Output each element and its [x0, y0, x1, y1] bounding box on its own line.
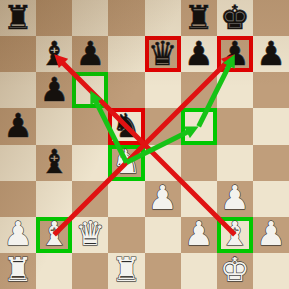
piece-white-pawn[interactable]: ♟	[145, 180, 181, 216]
square-d4[interactable]: ♞	[108, 145, 144, 181]
chess-board: ♜♜♚♝♟♛♟♟♟♟♟♞♝♞♟♟♟♝♛♟♝♟♜♜♚	[0, 0, 289, 289]
square-h2[interactable]: ♟	[253, 217, 289, 253]
piece-black-king[interactable]: ♚	[217, 0, 253, 35]
piece-black-bishop[interactable]: ♝	[36, 144, 72, 180]
square-b8[interactable]	[36, 0, 72, 36]
square-d5[interactable]: ♞	[108, 108, 144, 144]
piece-black-rook[interactable]: ♜	[0, 0, 36, 35]
square-g4[interactable]	[217, 145, 253, 181]
square-e2[interactable]	[145, 217, 181, 253]
square-f3[interactable]	[181, 181, 217, 217]
square-e4[interactable]	[145, 145, 181, 181]
square-f1[interactable]	[181, 253, 217, 289]
piece-white-rook[interactable]: ♜	[0, 252, 36, 288]
square-d1[interactable]: ♜	[108, 253, 144, 289]
piece-white-bishop[interactable]: ♝	[217, 216, 253, 252]
square-c1[interactable]	[72, 253, 108, 289]
square-a6[interactable]	[0, 72, 36, 108]
square-c8[interactable]	[72, 0, 108, 36]
square-d2[interactable]	[108, 217, 144, 253]
piece-black-pawn[interactable]: ♟	[181, 35, 217, 71]
square-h7[interactable]: ♟	[253, 36, 289, 72]
square-h1[interactable]	[253, 253, 289, 289]
piece-black-rook[interactable]: ♜	[181, 0, 217, 35]
piece-white-pawn[interactable]: ♟	[181, 216, 217, 252]
square-f6[interactable]	[181, 72, 217, 108]
square-d7[interactable]	[108, 36, 144, 72]
square-g3[interactable]: ♟	[217, 181, 253, 217]
piece-white-pawn[interactable]: ♟	[253, 216, 289, 252]
chess-analysis-view: ♜♜♚♝♟♛♟♟♟♟♟♞♝♞♟♟♟♝♛♟♝♟♜♜♚	[0, 0, 289, 289]
square-f8[interactable]: ♜	[181, 0, 217, 36]
square-a8[interactable]: ♜	[0, 0, 36, 36]
square-g8[interactable]: ♚	[217, 0, 253, 36]
square-h6[interactable]	[253, 72, 289, 108]
square-h8[interactable]	[253, 0, 289, 36]
square-a4[interactable]	[0, 145, 36, 181]
piece-white-knight[interactable]: ♞	[108, 144, 144, 180]
piece-white-queen[interactable]: ♛	[72, 216, 108, 252]
square-e1[interactable]	[145, 253, 181, 289]
square-a2[interactable]: ♟	[0, 217, 36, 253]
piece-white-king[interactable]: ♚	[217, 252, 253, 288]
piece-black-knight[interactable]: ♞	[108, 107, 144, 143]
square-a3[interactable]	[0, 181, 36, 217]
piece-black-pawn[interactable]: ♟	[217, 35, 253, 71]
square-g5[interactable]	[217, 108, 253, 144]
square-c7[interactable]: ♟	[72, 36, 108, 72]
square-c2[interactable]: ♛	[72, 217, 108, 253]
square-d8[interactable]	[108, 0, 144, 36]
square-h3[interactable]	[253, 181, 289, 217]
piece-white-rook[interactable]: ♜	[108, 252, 144, 288]
piece-black-queen[interactable]: ♛	[145, 35, 181, 71]
square-b5[interactable]	[36, 108, 72, 144]
piece-black-bishop[interactable]: ♝	[36, 35, 72, 71]
square-f5[interactable]	[181, 108, 217, 144]
square-b4[interactable]: ♝	[36, 145, 72, 181]
square-a5[interactable]: ♟	[0, 108, 36, 144]
piece-white-bishop[interactable]: ♝	[36, 216, 72, 252]
square-h5[interactable]	[253, 108, 289, 144]
square-b2[interactable]: ♝	[36, 217, 72, 253]
square-e8[interactable]	[145, 0, 181, 36]
square-c3[interactable]	[72, 181, 108, 217]
square-g6[interactable]	[217, 72, 253, 108]
square-f7[interactable]: ♟	[181, 36, 217, 72]
square-b3[interactable]	[36, 181, 72, 217]
square-b6[interactable]: ♟	[36, 72, 72, 108]
square-d3[interactable]	[108, 181, 144, 217]
square-h4[interactable]	[253, 145, 289, 181]
square-e3[interactable]: ♟	[145, 181, 181, 217]
square-d6[interactable]	[108, 72, 144, 108]
square-f4[interactable]	[181, 145, 217, 181]
square-f2[interactable]: ♟	[181, 217, 217, 253]
square-b1[interactable]	[36, 253, 72, 289]
highlight-green-c6	[72, 72, 108, 108]
piece-black-pawn[interactable]: ♟	[36, 71, 72, 107]
piece-black-pawn[interactable]: ♟	[253, 35, 289, 71]
piece-black-pawn[interactable]: ♟	[0, 107, 36, 143]
piece-white-pawn[interactable]: ♟	[217, 180, 253, 216]
square-c4[interactable]	[72, 145, 108, 181]
piece-black-pawn[interactable]: ♟	[72, 35, 108, 71]
square-g1[interactable]: ♚	[217, 253, 253, 289]
square-g2[interactable]: ♝	[217, 217, 253, 253]
highlight-green-f5	[181, 108, 217, 144]
piece-white-pawn[interactable]: ♟	[0, 216, 36, 252]
square-c5[interactable]	[72, 108, 108, 144]
square-e6[interactable]	[145, 72, 181, 108]
square-a1[interactable]: ♜	[0, 253, 36, 289]
square-e5[interactable]	[145, 108, 181, 144]
square-g7[interactable]: ♟	[217, 36, 253, 72]
square-a7[interactable]	[0, 36, 36, 72]
square-e7[interactable]: ♛	[145, 36, 181, 72]
square-c6[interactable]	[72, 72, 108, 108]
square-b7[interactable]: ♝	[36, 36, 72, 72]
